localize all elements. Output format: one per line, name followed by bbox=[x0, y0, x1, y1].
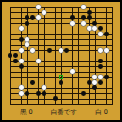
black-stone bbox=[104, 75, 109, 80]
white-stone bbox=[30, 48, 35, 53]
white-stone bbox=[92, 75, 97, 80]
go-board[interactable]: 黒 0 白番です 白 0 bbox=[2, 2, 120, 120]
white-stone bbox=[19, 26, 24, 31]
black-stone bbox=[13, 53, 18, 58]
white-stone bbox=[42, 85, 47, 90]
black-stone bbox=[87, 10, 92, 15]
white-stone bbox=[92, 80, 97, 85]
black-stone bbox=[19, 37, 24, 42]
black-captures-label: 黒 0 bbox=[20, 108, 33, 117]
black-stone bbox=[92, 85, 97, 90]
turn-status-label: 白番です bbox=[51, 108, 77, 117]
status-bar: 黒 0 白番です 白 0 bbox=[2, 106, 120, 119]
white-stone bbox=[70, 69, 75, 74]
white-stone bbox=[19, 59, 24, 64]
black-stone bbox=[19, 64, 24, 69]
white-stone bbox=[92, 26, 97, 31]
go-app-window: 黒 0 白番です 白 0 bbox=[0, 0, 122, 122]
white-stone bbox=[19, 85, 24, 90]
white-stone bbox=[81, 21, 86, 26]
white-stone bbox=[36, 15, 41, 20]
black-stone bbox=[30, 15, 35, 20]
black-stone bbox=[104, 32, 109, 37]
black-stone bbox=[81, 91, 86, 96]
black-stone bbox=[25, 91, 30, 96]
black-stone bbox=[42, 91, 47, 96]
stone-layer bbox=[7, 4, 115, 107]
black-stone bbox=[13, 59, 18, 64]
black-stone bbox=[98, 59, 103, 64]
black-stone bbox=[64, 48, 69, 53]
black-stone bbox=[70, 15, 75, 20]
black-stone bbox=[87, 80, 92, 85]
white-stone bbox=[98, 75, 103, 80]
black-stone bbox=[81, 15, 86, 20]
white-stone bbox=[104, 48, 109, 53]
black-stone bbox=[30, 80, 35, 85]
white-stone bbox=[25, 42, 30, 47]
black-stone bbox=[98, 80, 103, 85]
white-stone bbox=[98, 48, 103, 53]
white-stone bbox=[59, 48, 64, 53]
black-stone bbox=[36, 91, 41, 96]
white-stone bbox=[25, 37, 30, 42]
black-stone bbox=[87, 15, 92, 20]
black-stone bbox=[47, 48, 52, 53]
white-stone bbox=[36, 59, 41, 64]
black-stone bbox=[98, 26, 103, 31]
last-move-marker bbox=[59, 75, 64, 80]
white-stone bbox=[42, 10, 47, 15]
black-stone bbox=[98, 64, 103, 69]
white-stone bbox=[19, 91, 24, 96]
black-stone bbox=[25, 21, 30, 26]
white-stone bbox=[36, 5, 41, 10]
black-stone bbox=[53, 96, 58, 101]
white-stone bbox=[98, 32, 103, 37]
white-stone bbox=[81, 5, 86, 10]
black-stone bbox=[25, 15, 30, 20]
white-stone bbox=[19, 48, 24, 53]
black-stone bbox=[92, 21, 97, 26]
white-stone bbox=[87, 26, 92, 31]
black-stone bbox=[59, 80, 64, 85]
black-stone bbox=[8, 53, 13, 58]
white-stone bbox=[70, 21, 75, 26]
white-captures-label: 白 0 bbox=[95, 108, 108, 117]
